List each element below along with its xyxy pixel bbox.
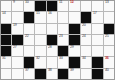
clue-number: 39 [70,68,74,72]
cell-r1c6[interactable] [69,12,79,22]
cell-r2c3[interactable] [35,24,45,34]
clue-number: 34 [82,56,86,60]
cell-r2c7[interactable]: 20 [81,24,91,34]
cell-r2c8[interactable] [92,24,102,34]
clue-number: 27 [13,45,17,49]
cell-r6c3-block [35,69,45,79]
cell-r3c9[interactable]: 25 [104,35,114,45]
cell-r3c2[interactable]: 22 [24,35,34,45]
cell-r1c0[interactable]: 14 [1,12,11,22]
cell-r1c2-block [24,12,34,22]
cell-r6c5-block [58,69,68,79]
cell-r5c4[interactable] [47,57,57,67]
cell-r4c1[interactable]: 27 [12,46,22,56]
clue-number: 37 [25,68,29,72]
crossword-grid: 9101112131415161719202223242527282931323… [0,0,115,80]
cell-r5c5[interactable]: 33 [58,57,68,67]
cell-r5c1[interactable] [12,57,22,67]
cell-r0c7[interactable] [81,1,91,11]
cell-r6c1[interactable] [12,69,22,79]
cell-r0c1[interactable]: 9 [12,1,22,11]
cell-r6c2[interactable]: 37 [24,69,34,79]
cell-r6c6[interactable]: 39 [69,69,79,79]
clue-number: 28 [48,45,52,49]
cell-r0c2[interactable]: 10 [24,1,34,11]
cell-r0c9[interactable]: 13 [104,1,114,11]
cell-r2c0-block [1,24,11,34]
clue-number: 24 [82,34,86,38]
cell-r1c1[interactable] [12,12,22,22]
cell-r2c2[interactable] [24,24,34,34]
cell-r6c8-block [92,69,102,79]
clue-number: 14 [2,11,6,15]
clue-number-highlighted: 12 [70,0,74,4]
cell-r1c5[interactable] [58,12,68,22]
clue-number: 32 [36,56,40,60]
clue-number: 22 [25,34,29,38]
cell-r6c0[interactable] [1,69,11,79]
cell-r3c0-block [1,35,11,45]
cell-r4c3[interactable] [35,46,45,56]
cell-r5c7[interactable]: 34 [81,57,91,67]
cell-r1c7-block [81,12,91,22]
cell-r0c4-block [47,1,57,11]
cell-r3c5[interactable]: 23 [58,35,68,45]
clue-number: 10 [25,0,29,4]
cell-r4c7[interactable] [81,46,91,56]
cell-r5c9[interactable]: 36 [104,57,114,67]
cell-r2c5[interactable] [58,24,68,34]
cell-r0c8[interactable] [92,1,102,11]
clue-number: 23 [59,34,63,38]
cell-r3c7[interactable]: 24 [81,35,91,45]
cell-r4c0-block [1,46,11,56]
cell-r2c4[interactable] [47,24,57,34]
clue-number: 16 [48,11,52,15]
clue-number-highlighted: 36 [105,56,109,60]
cell-r3c8[interactable] [92,35,102,45]
cell-r0c3-block [35,1,45,11]
cell-r2c6-block [69,24,79,34]
clue-number: 17 [93,11,97,15]
cell-r0c6[interactable]: 12 [69,1,79,11]
cell-r3c1-block [12,35,22,45]
cell-r1c8[interactable]: 17 [92,12,102,22]
cell-r4c8[interactable] [92,46,102,56]
clue-number: 25 [105,34,109,38]
cell-r5c6-block [69,57,79,67]
cell-r5c0[interactable]: 31 [1,57,11,67]
clue-number: 19 [13,23,17,27]
cell-r3c6-block [69,35,79,45]
clue-number: 13 [105,0,109,4]
clue-number: 9 [13,0,15,4]
cell-r1c4[interactable]: 16 [47,12,57,22]
cell-r1c3[interactable]: 15 [35,12,45,22]
clue-number: 40 [105,68,109,72]
cell-r5c2-block [24,57,34,67]
clue-number: 15 [36,11,40,15]
cell-r6c9[interactable]: 40 [104,69,114,79]
cell-r3c3[interactable] [35,35,45,45]
cell-r3c4-block [47,35,57,45]
cell-r4c2[interactable] [24,46,34,56]
clue-number: 38 [48,68,52,72]
cell-r1c9[interactable] [104,12,114,22]
clue-number: 20 [82,23,86,27]
cell-r5c8-block [92,57,102,67]
cell-r0c0[interactable] [1,1,11,11]
clue-number: 11 [59,0,62,4]
cell-r4c4[interactable]: 28 [47,46,57,56]
cell-r6c4[interactable]: 38 [47,69,57,79]
cell-r2c9-block [104,24,114,34]
cell-r4c5-block [58,46,68,56]
cell-r5c3[interactable]: 32 [35,57,45,67]
cell-r4c6[interactable]: 29 [69,46,79,56]
cell-r4c9[interactable] [104,46,114,56]
clue-number: 31 [2,56,6,60]
clue-number: 29 [70,45,74,49]
cell-r6c7[interactable] [81,69,91,79]
cell-r0c5[interactable]: 11 [58,1,68,11]
cell-r2c1[interactable]: 19 [12,24,22,34]
clue-number: 33 [59,56,63,60]
